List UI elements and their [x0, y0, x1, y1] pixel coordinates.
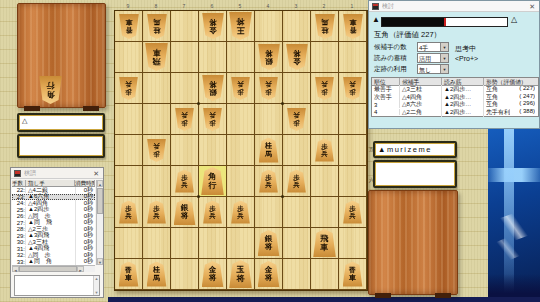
kifu-vertical-scrollbar[interactable]: ▲ ▼ — [96, 180, 103, 265]
square-7-6[interactable]: 歩兵 — [171, 166, 199, 197]
piece-歩兵-sente[interactable]: 歩兵 — [231, 201, 250, 224]
analysis-titlebar[interactable]: 検討 ✕ — [369, 1, 539, 12]
piece-歩兵-gote[interactable]: 歩兵 — [259, 77, 278, 100]
square-7-8[interactable] — [171, 228, 199, 259]
square-7-4[interactable]: 歩兵 — [171, 104, 199, 135]
piece-歩兵-gote[interactable]: 歩兵 — [175, 108, 194, 131]
scrollbar-thumb[interactable] — [97, 188, 103, 214]
square-5-1[interactable]: 王将 — [227, 11, 255, 42]
square-1-9[interactable]: 香車 — [339, 259, 367, 290]
piece-角行-gote[interactable]: 角行 — [39, 76, 62, 104]
kifu-move-list[interactable]: 22:△4二銀0秒23:▲6六角0秒24:△4四角0秒25:▲2四歩0秒26:△… — [12, 187, 95, 265]
piece-銀将-sente[interactable]: 銀将 — [258, 230, 280, 256]
piece-玉将-sente[interactable]: 玉将 — [229, 260, 252, 288]
scrollbar-thumb[interactable] — [19, 266, 77, 272]
piece-歩兵-sente[interactable]: 歩兵 — [147, 201, 166, 224]
square-2-6[interactable] — [311, 166, 339, 197]
file-label: 4 — [254, 2, 282, 10]
square-7-5[interactable] — [171, 135, 199, 166]
square-7-7[interactable]: 銀将 — [171, 197, 199, 228]
square-9-1[interactable]: 香車 — [115, 11, 143, 42]
star-point — [281, 195, 284, 198]
square-1-6[interactable] — [339, 166, 367, 197]
square-9-4[interactable] — [115, 104, 143, 135]
scroll-down-icon[interactable]: ▼ — [97, 258, 103, 265]
piece-歩兵-sente[interactable]: 歩兵 — [343, 201, 362, 224]
evaluation-bar — [381, 17, 508, 27]
piece-歩兵-sente[interactable]: 歩兵 — [175, 170, 194, 193]
file-label: 7 — [170, 2, 198, 10]
square-3-7[interactable] — [283, 197, 311, 228]
piece-飛車-gote[interactable]: 飛車 — [145, 43, 168, 71]
square-9-3[interactable]: 歩兵 — [115, 73, 143, 104]
square-8-9[interactable]: 桂馬 — [143, 259, 171, 290]
sente-info-box — [373, 160, 457, 188]
piece-歩兵-gote[interactable]: 歩兵 — [343, 77, 362, 100]
file-label: 9 — [114, 2, 142, 10]
square-5-7[interactable]: 歩兵 — [227, 197, 255, 228]
square-4-9[interactable]: 金将 — [255, 259, 283, 290]
square-4-1[interactable] — [255, 11, 283, 42]
square-1-8[interactable] — [339, 228, 367, 259]
square-4-5[interactable]: 桂馬 — [255, 135, 283, 166]
kifu-window-icon — [14, 170, 21, 177]
sente-piece-stand[interactable] — [368, 190, 458, 295]
piece-桂馬-gote[interactable]: 桂馬 — [315, 14, 335, 39]
stand-leg — [24, 106, 40, 111]
stand-leg — [435, 293, 451, 298]
square-3-1[interactable] — [283, 11, 311, 42]
square-5-6[interactable] — [227, 166, 255, 197]
evaluation-text: 互角（評価値 227） — [374, 30, 441, 40]
piece-香車-gote[interactable]: 香車 — [119, 14, 139, 39]
square-1-5[interactable] — [339, 135, 367, 166]
square-5-4[interactable] — [227, 104, 255, 135]
piece-歩兵-sente[interactable]: 歩兵 — [287, 170, 306, 193]
square-4-3[interactable]: 歩兵 — [255, 73, 283, 104]
square-8-2[interactable]: 飛車 — [143, 42, 171, 73]
piece-歩兵-sente[interactable]: 歩兵 — [203, 201, 222, 224]
piece-角行-sente[interactable]: 角行 — [201, 167, 224, 195]
square-7-2[interactable] — [171, 42, 199, 73]
scroll-up-icon[interactable]: ▲ — [97, 180, 103, 187]
piece-歩兵-sente[interactable]: 歩兵 — [259, 170, 278, 193]
file-label: 2 — [310, 2, 338, 10]
scroll-right-icon[interactable]: ► — [77, 266, 84, 272]
gote-piece-stand[interactable]: 角行 — [17, 3, 106, 108]
square-2-9[interactable] — [311, 259, 339, 290]
stand-leg — [375, 293, 391, 298]
square-9-7[interactable]: 歩兵 — [115, 197, 143, 228]
analysis-table: 順位 候補手 読み筋 形勢（評価値） 最善手△3三桂▲2四歩…互角( 227)次… — [371, 77, 539, 117]
kifu-window: 棋譜 ✕ 手数 指し手 消費時間 22:△4二銀0秒23:▲6六角0秒24:△4… — [10, 167, 104, 298]
analysis-row[interactable]: 4△2二角▲2四歩…先手有利( 388) — [372, 109, 538, 117]
header-pv: 読み筋 — [442, 78, 484, 85]
header-candidate: 候補手 — [400, 78, 442, 85]
square-2-8[interactable]: 飛車 — [311, 228, 339, 259]
piece-歩兵-sente[interactable]: 歩兵 — [119, 201, 138, 224]
square-7-3[interactable] — [171, 73, 199, 104]
square-6-6[interactable]: 角行 — [199, 166, 227, 197]
square-8-1[interactable]: 桂馬 — [143, 11, 171, 42]
piece-歩兵-gote[interactable]: 歩兵 — [287, 108, 306, 131]
control-candidates: 候補手の数 4手 ▼ — [374, 42, 449, 52]
square-6-9[interactable]: 金将 — [199, 259, 227, 290]
column-move: 指し手 — [26, 180, 75, 186]
piece-金将-gote[interactable]: 金将 — [286, 44, 308, 70]
gote-name: △ — [19, 115, 103, 127]
piece-歩兵-gote[interactable]: 歩兵 — [119, 77, 138, 100]
square-4-8[interactable]: 銀将 — [255, 228, 283, 259]
column-time: 消費時間 — [75, 180, 95, 186]
engine-name: <Pro+> — [455, 55, 478, 62]
square-8-5[interactable]: 歩兵 — [143, 135, 171, 166]
square-6-4[interactable]: 歩兵 — [199, 104, 227, 135]
taskbar-edge — [108, 297, 540, 302]
thinking-status: 思考中 — [455, 44, 476, 54]
square-1-7[interactable]: 歩兵 — [339, 197, 367, 228]
file-label: 6 — [198, 2, 226, 10]
file-labels: 987654321 — [114, 2, 366, 10]
piece-銀将-gote[interactable]: 銀将 — [202, 75, 224, 101]
square-7-1[interactable] — [171, 11, 199, 42]
piece-金将-sente[interactable]: 金将 — [258, 261, 280, 287]
kifu-horizontal-scrollbar[interactable]: ◄ ► — [12, 265, 95, 272]
header-rank: 順位 — [372, 78, 400, 85]
square-2-1[interactable]: 桂馬 — [311, 11, 339, 42]
evaluation-bar-fill — [382, 18, 445, 26]
candidates-label: 候補手の数 — [374, 43, 416, 52]
star-point — [281, 102, 284, 105]
square-3-8[interactable] — [283, 228, 311, 259]
square-1-2[interactable] — [339, 42, 367, 73]
square-6-1[interactable]: 金将 — [199, 11, 227, 42]
square-8-7[interactable]: 歩兵 — [143, 197, 171, 228]
square-1-4[interactable] — [339, 104, 367, 135]
piece-香車-sente[interactable]: 香車 — [343, 262, 363, 287]
square-9-2[interactable] — [115, 42, 143, 73]
piece-香車-gote[interactable]: 香車 — [343, 14, 363, 39]
header-eval: 形勢（評価値） — [484, 78, 538, 85]
square-5-5[interactable] — [227, 135, 255, 166]
joseki-label: 定跡の利用 — [374, 65, 416, 74]
square-5-9[interactable]: 玉将 — [227, 259, 255, 290]
analysis-window-icon — [372, 3, 379, 10]
square-8-3[interactable] — [143, 73, 171, 104]
square-4-7[interactable] — [255, 197, 283, 228]
square-3-2[interactable]: 金将 — [283, 42, 311, 73]
star-point — [197, 102, 200, 105]
sente-nameplate: ▲murizeme — [373, 141, 457, 158]
square-6-8[interactable] — [199, 228, 227, 259]
control-joseki: 定跡の利用 無し ▼ — [374, 64, 449, 74]
square-3-5[interactable] — [283, 135, 311, 166]
square-2-3[interactable]: 歩兵 — [311, 73, 339, 104]
piece-香車-sente[interactable]: 香車 — [119, 262, 139, 287]
square-6-7[interactable]: 歩兵 — [199, 197, 227, 228]
accumulate-dropdown[interactable]: 活用 ▼ — [417, 53, 449, 63]
square-4-2[interactable]: 銀将 — [255, 42, 283, 73]
comment-scrollbar[interactable]: ▲▼ — [93, 276, 99, 295]
square-9-5[interactable] — [115, 135, 143, 166]
square-3-6[interactable]: 歩兵 — [283, 166, 311, 197]
square-2-5[interactable]: 歩兵 — [311, 135, 339, 166]
piece-王将-gote[interactable]: 王将 — [229, 12, 252, 40]
analysis-rows[interactable]: 最善手△3三桂▲2四歩…互角( 227)次善手△4四角▲2四歩…互角( 247)… — [372, 86, 538, 116]
square-7-9[interactable] — [171, 259, 199, 290]
square-9-9[interactable]: 香車 — [115, 259, 143, 290]
sente-name: ▲murizeme — [375, 143, 455, 156]
piece-飛車-sente[interactable]: 飛車 — [313, 229, 336, 257]
square-3-9[interactable] — [283, 259, 311, 290]
piece-銀将-sente[interactable]: 銀将 — [174, 199, 196, 225]
piece-歩兵-gote[interactable]: 歩兵 — [315, 77, 334, 100]
chevron-down-icon[interactable]: ▼ — [440, 65, 448, 73]
square-4-6[interactable]: 歩兵 — [255, 166, 283, 197]
candidates-dropdown[interactable]: 4手 ▼ — [417, 42, 449, 52]
square-2-4[interactable] — [311, 104, 339, 135]
file-label: 3 — [282, 2, 310, 10]
gote-mark: △ — [511, 15, 517, 24]
piece-金将-sente[interactable]: 金将 — [202, 261, 224, 287]
close-icon[interactable]: ✕ — [92, 169, 100, 178]
square-2-2[interactable] — [311, 42, 339, 73]
square-9-8[interactable] — [115, 228, 143, 259]
control-accumulate: 読みの蓄積 活用 ▼ — [374, 53, 449, 63]
kifu-titlebar[interactable]: 棋譜 ✕ — [11, 168, 103, 179]
square-6-5[interactable] — [199, 135, 227, 166]
column-move-number: 手数 — [12, 180, 26, 186]
square-4-4[interactable] — [255, 104, 283, 135]
sente-mark: ▲ — [372, 15, 380, 24]
stand-leg — [83, 106, 99, 111]
square-6-2[interactable] — [199, 42, 227, 73]
square-8-6[interactable] — [143, 166, 171, 197]
square-5-8[interactable] — [227, 228, 255, 259]
square-1-1[interactable]: 香車 — [339, 11, 367, 42]
square-8-4[interactable] — [143, 104, 171, 135]
piece-歩兵-sente[interactable]: 歩兵 — [315, 139, 334, 162]
gote-info-box — [17, 134, 105, 158]
square-6-3[interactable]: 銀将 — [199, 73, 227, 104]
square-3-4[interactable]: 歩兵 — [283, 104, 311, 135]
square-5-2[interactable] — [227, 42, 255, 73]
chevron-down-icon[interactable]: ▼ — [440, 43, 448, 51]
piece-歩兵-gote[interactable]: 歩兵 — [147, 139, 166, 162]
wallpaper-beam-horizontal — [488, 168, 540, 182]
square-3-3[interactable] — [283, 73, 311, 104]
scroll-left-icon[interactable]: ◄ — [12, 266, 19, 272]
kifu-comment-box[interactable]: ▲▼ — [14, 275, 100, 296]
file-label: 5 — [226, 2, 254, 10]
file-label: 1 — [338, 2, 366, 10]
star-point — [197, 195, 200, 198]
piece-歩兵-gote[interactable]: 歩兵 — [231, 77, 250, 100]
file-label: 8 — [142, 2, 170, 10]
analysis-window-title: 検討 — [382, 2, 528, 11]
kifu-window-title: 棋譜 — [24, 169, 92, 178]
accumulate-label: 読みの蓄積 — [374, 54, 416, 63]
square-1-3[interactable]: 歩兵 — [339, 73, 367, 104]
piece-桂馬-sente[interactable]: 桂馬 — [147, 262, 167, 287]
square-9-6[interactable] — [115, 166, 143, 197]
piece-歩兵-gote[interactable]: 歩兵 — [203, 108, 222, 131]
square-8-8[interactable] — [143, 228, 171, 259]
desktop: 987654321 一二三四五六七八九 香車桂馬金将王将桂馬香車飛車銀将金将歩兵… — [0, 0, 540, 302]
shogi-board[interactable]: 香車桂馬金将王将桂馬香車飛車銀将金将歩兵銀将歩兵歩兵歩兵歩兵歩兵歩兵歩兵歩兵桂馬… — [114, 10, 368, 291]
piece-桂馬-gote[interactable]: 桂馬 — [147, 14, 167, 39]
square-2-7[interactable] — [311, 197, 339, 228]
gote-nameplate: △ — [17, 113, 105, 132]
piece-銀将-gote[interactable]: 銀将 — [258, 44, 280, 70]
square-5-3[interactable]: 歩兵 — [227, 73, 255, 104]
evaluation-marker — [444, 18, 446, 26]
analysis-window: 検討 ✕ ▲ △ 互角（評価値 227） 候補手の数 4手 ▼ 思考中 読みの蓄… — [368, 0, 540, 129]
piece-金将-gote[interactable]: 金将 — [202, 13, 224, 39]
joseki-dropdown[interactable]: 無し ▼ — [417, 64, 449, 74]
chevron-down-icon[interactable]: ▼ — [440, 54, 448, 62]
kifu-column-headers: 手数 指し手 消費時間 — [12, 180, 95, 187]
close-icon[interactable]: ✕ — [528, 2, 536, 11]
piece-桂馬-sente[interactable]: 桂馬 — [259, 138, 279, 163]
